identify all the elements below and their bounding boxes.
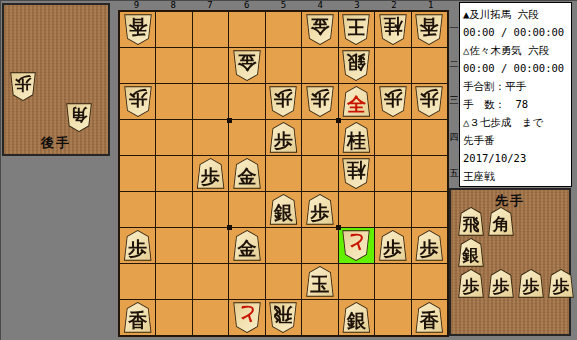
rank-label-2: 二 — [449, 46, 459, 82]
square-4-3[interactable]: 歩 — [302, 84, 337, 119]
piece-桂-gote[interactable]: 桂 — [342, 158, 370, 189]
piece-glyph: 歩 — [518, 274, 544, 298]
info-line-10: 王座戦 — [463, 167, 569, 185]
square-8-5[interactable] — [156, 156, 191, 191]
hoshi-dot — [336, 225, 341, 230]
info-line-5: 手合割：平手 — [463, 77, 569, 95]
square-6-7[interactable]: 金 — [229, 228, 264, 263]
piece-glyph: 歩 — [269, 86, 297, 112]
piece-歩-sente[interactable]: 歩 — [415, 230, 443, 261]
piece-と-gote[interactable]: と — [233, 302, 261, 333]
square-5-5[interactable] — [266, 156, 301, 191]
square-4-4[interactable] — [302, 120, 337, 155]
square-1-6[interactable] — [412, 192, 447, 227]
hand-piece-歩-sente[interactable]: 歩 — [548, 269, 574, 298]
square-9-9[interactable]: 香 — [120, 300, 155, 335]
game-info-panel: ▲及川拓馬 六段00:00 / 00:00:00△佐々木勇気 六段00:00 /… — [459, 2, 572, 187]
piece-香-sente[interactable]: 香 — [124, 302, 152, 333]
file-label-9: 9 — [118, 1, 155, 10]
square-6-2[interactable]: 金 — [229, 48, 264, 83]
info-line-2: 00:00 / 00:00:00 — [463, 23, 569, 41]
hand-piece-角-gote[interactable]: 角 — [66, 103, 92, 132]
piece-歩-sente[interactable]: 歩 — [379, 230, 407, 261]
square-8-9[interactable] — [156, 300, 191, 335]
piece-glyph: 飛 — [458, 212, 484, 236]
hand-piece-飛-sente[interactable]: 飛 — [458, 207, 484, 236]
square-9-2[interactable] — [120, 48, 155, 83]
rank-label-5: 五 — [449, 155, 459, 191]
piece-glyph: 桂 — [342, 127, 370, 153]
rank-label-4: 四 — [449, 119, 459, 155]
piece-glyph: 香 — [124, 14, 152, 40]
info-line-8: 先手番 — [463, 131, 569, 149]
square-6-4[interactable] — [229, 120, 264, 155]
piece-glyph: 歩 — [10, 72, 36, 96]
square-3-4[interactable]: 桂 — [339, 120, 374, 155]
square-7-8[interactable] — [193, 264, 228, 299]
info-line-7: △３七歩成 まで — [463, 113, 569, 131]
hand-piece-歩-sente[interactable]: 歩 — [458, 269, 484, 298]
square-4-8[interactable]: 玉 — [302, 264, 337, 299]
hand-piece-歩-sente[interactable]: 歩 — [518, 269, 544, 298]
piece-glyph: 香 — [415, 307, 443, 333]
square-6-8[interactable] — [229, 264, 264, 299]
square-9-1[interactable]: 香 — [120, 12, 155, 47]
square-3-2[interactable]: 銀 — [339, 48, 374, 83]
piece-glyph: 歩 — [415, 235, 443, 261]
file-label-1: 1 — [412, 1, 449, 10]
piece-飛-gote[interactable]: 飛 — [269, 302, 297, 333]
piece-glyph: 銀 — [269, 199, 297, 225]
square-8-7[interactable] — [156, 228, 191, 263]
square-5-2[interactable] — [266, 48, 301, 83]
piece-glyph: 玉 — [306, 271, 334, 297]
piece-glyph: 金 — [306, 14, 334, 40]
shogi-app-window: 歩角 後手 987654321 香金王桂香金銀歩歩歩全歩歩歩桂歩金桂銀歩歩金と歩… — [0, 0, 577, 340]
info-line-1: ▲及川拓馬 六段 — [463, 5, 569, 23]
square-2-2[interactable] — [375, 48, 410, 83]
square-2-4[interactable] — [375, 120, 410, 155]
piece-glyph: 桂 — [379, 14, 407, 40]
gote-hand-row: 歩 — [4, 71, 108, 102]
hoshi-dot — [227, 118, 232, 123]
square-1-1[interactable]: 香 — [412, 12, 447, 47]
piece-歩-gote[interactable]: 歩 — [415, 86, 443, 117]
square-8-1[interactable] — [156, 12, 191, 47]
piece-glyph: 歩 — [197, 163, 225, 189]
square-7-5[interactable]: 歩 — [193, 156, 228, 191]
piece-glyph: 金 — [233, 235, 261, 261]
piece-歩-gote[interactable]: 歩 — [379, 86, 407, 117]
sente-hand-row: 銀 — [451, 237, 569, 268]
square-9-5[interactable] — [120, 156, 155, 191]
square-8-6[interactable] — [156, 192, 191, 227]
square-3-1[interactable]: 王 — [339, 12, 374, 47]
square-6-5[interactable]: 金 — [229, 156, 264, 191]
gote-tray-label: 後手 — [4, 134, 108, 152]
square-9-8[interactable] — [120, 264, 155, 299]
piece-glyph: 歩 — [488, 274, 514, 298]
square-5-3[interactable]: 歩 — [266, 84, 301, 119]
piece-歩-sente[interactable]: 歩 — [197, 158, 225, 189]
piece-glyph: 歩 — [306, 86, 334, 112]
file-label-3: 3 — [339, 1, 376, 10]
sente-hand-pieces: 飛角銀歩歩歩歩 — [451, 206, 569, 299]
board-grid: 香金王桂香金銀歩歩歩全歩歩歩桂歩金桂銀歩歩金と歩歩玉香と飛銀香 — [120, 12, 447, 335]
piece-glyph: 金 — [233, 50, 261, 76]
square-4-2[interactable] — [302, 48, 337, 83]
square-2-3[interactable]: 歩 — [375, 84, 410, 119]
sente-hand-row: 飛角 — [451, 206, 569, 237]
piece-glyph: 歩 — [269, 127, 297, 153]
piece-香-gote[interactable]: 香 — [124, 14, 152, 45]
square-7-6[interactable] — [193, 192, 228, 227]
piece-glyph: 歩 — [458, 274, 484, 298]
piece-glyph: 角 — [488, 212, 514, 236]
square-8-2[interactable] — [156, 48, 191, 83]
piece-桂-sente[interactable]: 桂 — [342, 122, 370, 153]
square-5-4[interactable]: 歩 — [266, 120, 301, 155]
square-7-4[interactable] — [193, 120, 228, 155]
piece-glyph: 香 — [415, 14, 443, 40]
square-6-3[interactable] — [229, 84, 264, 119]
square-3-6[interactable] — [339, 192, 374, 227]
piece-歩-gote[interactable]: 歩 — [306, 86, 334, 117]
hoshi-dot — [227, 225, 232, 230]
rank-label-1: 一 — [449, 10, 459, 46]
piece-金-sente[interactable]: 金 — [233, 230, 261, 261]
file-label-8: 8 — [155, 1, 192, 10]
shogi-board: 香金王桂香金銀歩歩歩全歩歩歩桂歩金桂銀歩歩金と歩歩玉香と飛銀香 — [118, 10, 449, 337]
square-1-7[interactable]: 歩 — [412, 228, 447, 263]
square-9-6[interactable] — [120, 192, 155, 227]
piece-glyph: 歩 — [379, 235, 407, 261]
square-3-7[interactable]: と — [339, 228, 374, 263]
piece-香-gote[interactable]: 香 — [415, 14, 443, 45]
piece-glyph: 歩 — [124, 86, 152, 112]
square-5-7[interactable] — [266, 228, 301, 263]
hand-piece-歩-sente[interactable]: 歩 — [488, 269, 514, 298]
square-1-3[interactable]: 歩 — [412, 84, 447, 119]
square-1-5[interactable] — [412, 156, 447, 191]
square-9-3[interactable]: 歩 — [120, 84, 155, 119]
file-label-6: 6 — [228, 1, 265, 10]
square-7-9[interactable] — [193, 300, 228, 335]
piece-glyph: 歩 — [415, 86, 443, 112]
piece-と-gote[interactable]: と — [342, 230, 370, 261]
piece-歩-sente[interactable]: 歩 — [124, 230, 152, 261]
piece-歩-sente[interactable]: 歩 — [306, 194, 334, 225]
piece-glyph: 金 — [233, 163, 261, 189]
piece-glyph: 全 — [342, 91, 370, 117]
square-1-9[interactable]: 香 — [412, 300, 447, 335]
piece-glyph: と — [233, 302, 261, 328]
piece-glyph: 香 — [124, 307, 152, 333]
piece-glyph: 銀 — [458, 243, 484, 267]
piece-王-gote[interactable]: 王 — [342, 14, 370, 45]
square-2-1[interactable]: 桂 — [375, 12, 410, 47]
square-6-9[interactable]: と — [229, 300, 264, 335]
piece-歩-gote[interactable]: 歩 — [269, 86, 297, 117]
square-2-9[interactable] — [375, 300, 410, 335]
piece-歩-sente[interactable]: 歩 — [269, 122, 297, 153]
square-1-4[interactable] — [412, 120, 447, 155]
square-4-6[interactable]: 歩 — [302, 192, 337, 227]
square-1-2[interactable] — [412, 48, 447, 83]
square-2-7[interactable]: 歩 — [375, 228, 410, 263]
file-label-4: 4 — [302, 1, 339, 10]
square-5-1[interactable] — [266, 12, 301, 47]
square-4-5[interactable] — [302, 156, 337, 191]
file-label-5: 5 — [265, 1, 302, 10]
square-8-3[interactable] — [156, 84, 191, 119]
piece-glyph: 歩 — [306, 199, 334, 225]
piece-玉-sente[interactable]: 玉 — [306, 266, 334, 297]
square-3-8[interactable] — [339, 264, 374, 299]
square-9-4[interactable] — [120, 120, 155, 155]
square-8-8[interactable] — [156, 264, 191, 299]
piece-銀-sente[interactable]: 銀 — [342, 302, 370, 333]
piece-glyph: 歩 — [548, 274, 574, 298]
square-7-3[interactable] — [193, 84, 228, 119]
piece-glyph: 王 — [342, 14, 370, 40]
piece-桂-gote[interactable]: 桂 — [379, 14, 407, 45]
square-4-9[interactable] — [302, 300, 337, 335]
square-2-8[interactable] — [375, 264, 410, 299]
square-8-4[interactable] — [156, 120, 191, 155]
square-2-6[interactable] — [375, 192, 410, 227]
piece-金-gote[interactable]: 金 — [233, 50, 261, 81]
square-7-1[interactable] — [193, 12, 228, 47]
info-line-9: 2017/10/23 — [463, 149, 569, 167]
hand-piece-角-sente[interactable]: 角 — [488, 207, 514, 236]
gote-hand-pieces: 歩角 — [4, 71, 108, 133]
square-9-7[interactable]: 歩 — [120, 228, 155, 263]
piece-glyph: 銀 — [342, 50, 370, 76]
square-4-7[interactable] — [302, 228, 337, 263]
square-4-1[interactable]: 金 — [302, 12, 337, 47]
piece-glyph: 歩 — [379, 86, 407, 112]
piece-金-sente[interactable]: 金 — [233, 158, 261, 189]
piece-銀-sente[interactable]: 銀 — [269, 194, 297, 225]
piece-香-sente[interactable]: 香 — [415, 302, 443, 333]
square-7-7[interactable] — [193, 228, 228, 263]
piece-glyph: 桂 — [342, 158, 370, 184]
piece-glyph: 歩 — [124, 235, 152, 261]
hand-piece-歩-gote[interactable]: 歩 — [10, 72, 36, 101]
piece-全-sente[interactable]: 全 — [342, 86, 370, 117]
piece-金-gote[interactable]: 金 — [306, 14, 334, 45]
square-3-5[interactable]: 桂 — [339, 156, 374, 191]
square-2-5[interactable] — [375, 156, 410, 191]
piece-銀-gote[interactable]: 銀 — [342, 50, 370, 81]
square-3-3[interactable]: 全 — [339, 84, 374, 119]
info-line-6: 手 数： 78 — [463, 95, 569, 113]
info-line-3: △佐々木勇気 六段 — [463, 41, 569, 59]
square-5-9[interactable]: 飛 — [266, 300, 301, 335]
gote-hand-row: 角 — [4, 102, 108, 133]
sente-captured-tray: 先手 飛角銀歩歩歩歩 — [449, 188, 571, 336]
piece-歩-gote[interactable]: 歩 — [124, 86, 152, 117]
gote-captured-tray: 歩角 後手 — [2, 3, 110, 156]
file-label-2: 2 — [375, 1, 412, 10]
square-5-6[interactable]: 銀 — [266, 192, 301, 227]
square-5-8[interactable] — [266, 264, 301, 299]
hoshi-dot — [336, 118, 341, 123]
square-6-1[interactable] — [229, 12, 264, 47]
file-label-7: 7 — [192, 1, 229, 10]
sente-hand-row: 歩歩歩歩 — [451, 268, 569, 299]
rank-label-3: 三 — [449, 83, 459, 119]
hand-piece-銀-sente[interactable]: 銀 — [458, 238, 484, 267]
info-line-4: 00:00 / 00:00:00 — [463, 59, 569, 77]
piece-glyph: と — [342, 230, 370, 256]
square-1-8[interactable] — [412, 264, 447, 299]
square-7-2[interactable] — [193, 48, 228, 83]
piece-glyph: 銀 — [342, 307, 370, 333]
square-3-9[interactable]: 銀 — [339, 300, 374, 335]
piece-glyph: 角 — [66, 103, 92, 127]
piece-glyph: 飛 — [269, 302, 297, 328]
square-6-6[interactable] — [229, 192, 264, 227]
file-coordinate-labels: 987654321 — [118, 1, 449, 10]
